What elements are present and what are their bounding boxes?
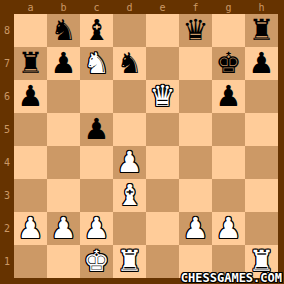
square-d3[interactable]: ♝ — [113, 179, 146, 212]
square-c5[interactable]: ♟ — [80, 113, 113, 146]
square-e4[interactable] — [146, 146, 179, 179]
square-f2[interactable]: ♟ — [179, 212, 212, 245]
piece-black-king[interactable]: ♚ — [216, 47, 242, 80]
square-a4[interactable] — [14, 146, 47, 179]
piece-black-rook[interactable]: ♜ — [249, 14, 275, 47]
file-label-b: b — [47, 0, 80, 14]
piece-white-pawn[interactable]: ♟ — [183, 212, 209, 245]
square-c7[interactable]: ♞ — [80, 47, 113, 80]
square-h4[interactable] — [245, 146, 278, 179]
piece-white-bishop[interactable]: ♝ — [117, 179, 143, 212]
square-f4[interactable] — [179, 146, 212, 179]
piece-white-queen[interactable]: ♛ — [150, 80, 176, 113]
square-h6[interactable] — [245, 80, 278, 113]
piece-white-pawn[interactable]: ♟ — [117, 146, 143, 179]
file-labels: a b c d e f g h — [14, 0, 278, 14]
piece-white-rook[interactable]: ♜ — [117, 245, 143, 278]
file-label-c: c — [80, 0, 113, 14]
square-d1[interactable]: ♜ — [113, 245, 146, 278]
square-c2[interactable]: ♟ — [80, 212, 113, 245]
file-label-g: g — [212, 0, 245, 14]
piece-white-pawn[interactable]: ♟ — [216, 212, 242, 245]
square-f7[interactable] — [179, 47, 212, 80]
square-d2[interactable] — [113, 212, 146, 245]
square-c1[interactable]: ♚ — [80, 245, 113, 278]
square-b8[interactable]: ♞ — [47, 14, 80, 47]
piece-white-pawn[interactable]: ♟ — [84, 212, 110, 245]
square-a7[interactable]: ♜ — [14, 47, 47, 80]
square-d5[interactable] — [113, 113, 146, 146]
square-b6[interactable] — [47, 80, 80, 113]
square-f5[interactable] — [179, 113, 212, 146]
square-a5[interactable] — [14, 113, 47, 146]
piece-white-knight[interactable]: ♞ — [84, 47, 110, 80]
square-e1[interactable] — [146, 245, 179, 278]
file-label-a: a — [14, 0, 47, 14]
square-e3[interactable] — [146, 179, 179, 212]
square-c3[interactable] — [80, 179, 113, 212]
square-a6[interactable]: ♟ — [14, 80, 47, 113]
square-g7[interactable]: ♚ — [212, 47, 245, 80]
file-label-d: d — [113, 0, 146, 14]
square-g2[interactable]: ♟ — [212, 212, 245, 245]
rank-label-6: 6 — [0, 80, 14, 113]
rank-label-2: 2 — [0, 212, 14, 245]
square-a2[interactable]: ♟ — [14, 212, 47, 245]
square-b1[interactable] — [47, 245, 80, 278]
square-g5[interactable] — [212, 113, 245, 146]
square-a3[interactable] — [14, 179, 47, 212]
chess-board-frame: a b c d e f g h 8 7 6 5 4 3 2 1 ♞♝♛♜♜♟♞♞… — [0, 0, 284, 284]
square-b3[interactable] — [47, 179, 80, 212]
square-g8[interactable] — [212, 14, 245, 47]
square-g3[interactable] — [212, 179, 245, 212]
piece-black-pawn[interactable]: ♟ — [18, 80, 44, 113]
square-b2[interactable]: ♟ — [47, 212, 80, 245]
piece-black-rook[interactable]: ♜ — [18, 47, 44, 80]
square-g6[interactable]: ♟ — [212, 80, 245, 113]
square-a8[interactable] — [14, 14, 47, 47]
square-c4[interactable] — [80, 146, 113, 179]
square-h7[interactable]: ♟ — [245, 47, 278, 80]
square-e5[interactable] — [146, 113, 179, 146]
rank-label-7: 7 — [0, 47, 14, 80]
piece-white-pawn[interactable]: ♟ — [18, 212, 44, 245]
piece-white-pawn[interactable]: ♟ — [51, 212, 77, 245]
piece-black-pawn[interactable]: ♟ — [216, 80, 242, 113]
square-a1[interactable] — [14, 245, 47, 278]
board: ♞♝♛♜♜♟♞♞♚♟♟♛♟♟♟♝♟♟♟♟♟♚♜♜ — [14, 14, 278, 278]
file-label-e: e — [146, 0, 179, 14]
square-d7[interactable]: ♞ — [113, 47, 146, 80]
rank-label-5: 5 — [0, 113, 14, 146]
square-h3[interactable] — [245, 179, 278, 212]
square-d6[interactable] — [113, 80, 146, 113]
piece-white-king[interactable]: ♚ — [84, 245, 110, 278]
piece-black-knight[interactable]: ♞ — [51, 14, 77, 47]
square-b7[interactable]: ♟ — [47, 47, 80, 80]
square-b5[interactable] — [47, 113, 80, 146]
file-label-h: h — [245, 0, 278, 14]
square-e7[interactable] — [146, 47, 179, 80]
square-b4[interactable] — [47, 146, 80, 179]
piece-black-pawn[interactable]: ♟ — [51, 47, 77, 80]
rank-label-1: 1 — [0, 245, 14, 278]
square-f8[interactable]: ♛ — [179, 14, 212, 47]
square-h2[interactable] — [245, 212, 278, 245]
piece-black-queen[interactable]: ♛ — [183, 14, 209, 47]
square-f6[interactable] — [179, 80, 212, 113]
square-f3[interactable] — [179, 179, 212, 212]
piece-black-bishop[interactable]: ♝ — [84, 14, 110, 47]
square-d8[interactable] — [113, 14, 146, 47]
rank-label-4: 4 — [0, 146, 14, 179]
square-e2[interactable] — [146, 212, 179, 245]
square-c8[interactable]: ♝ — [80, 14, 113, 47]
file-label-f: f — [179, 0, 212, 14]
square-c6[interactable] — [80, 80, 113, 113]
watermark: CHESSGAMES.COM — [181, 272, 282, 284]
square-h8[interactable]: ♜ — [245, 14, 278, 47]
square-h5[interactable] — [245, 113, 278, 146]
square-g4[interactable] — [212, 146, 245, 179]
square-d4[interactable]: ♟ — [113, 146, 146, 179]
square-e8[interactable] — [146, 14, 179, 47]
piece-black-pawn[interactable]: ♟ — [84, 113, 110, 146]
rank-label-8: 8 — [0, 14, 14, 47]
rank-label-3: 3 — [0, 179, 14, 212]
piece-black-pawn[interactable]: ♟ — [249, 47, 275, 80]
piece-black-knight[interactable]: ♞ — [117, 47, 143, 80]
square-e6[interactable]: ♛ — [146, 80, 179, 113]
rank-labels: 8 7 6 5 4 3 2 1 — [0, 14, 14, 278]
